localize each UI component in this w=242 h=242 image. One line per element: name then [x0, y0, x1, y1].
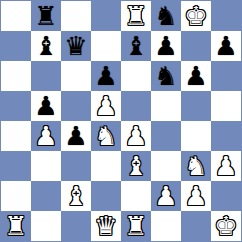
piece-white-pawn[interactable]: ♟ — [94, 91, 117, 121]
piece-white-knight[interactable]: ♞ — [94, 121, 117, 151]
square-b7[interactable]: ♝ — [31, 31, 61, 61]
square-g6[interactable]: ♟ — [181, 61, 211, 91]
square-b8[interactable]: ♜ — [31, 1, 61, 31]
square-c2[interactable]: ♝ — [61, 181, 91, 211]
piece-white-pawn[interactable]: ♟ — [154, 181, 177, 211]
piece-black-bishop[interactable]: ♝ — [34, 31, 57, 61]
square-a2[interactable] — [1, 181, 31, 211]
square-h7[interactable]: ♟ — [211, 31, 241, 61]
square-h8[interactable] — [211, 1, 241, 31]
square-d6[interactable]: ♟ — [91, 61, 121, 91]
piece-white-pawn[interactable]: ♟ — [124, 121, 147, 151]
square-a3[interactable] — [1, 151, 31, 181]
square-g1[interactable] — [181, 211, 211, 241]
square-h4[interactable] — [211, 121, 241, 151]
square-a1[interactable]: ♜ — [1, 211, 31, 241]
square-c4[interactable]: ♟ — [61, 121, 91, 151]
square-g4[interactable] — [181, 121, 211, 151]
square-a7[interactable] — [1, 31, 31, 61]
square-c8[interactable] — [61, 1, 91, 31]
square-b6[interactable] — [31, 61, 61, 91]
piece-white-rook[interactable]: ♜ — [124, 1, 147, 31]
square-b2[interactable] — [31, 181, 61, 211]
piece-black-pawn[interactable]: ♟ — [94, 61, 117, 91]
piece-white-bishop[interactable]: ♝ — [64, 181, 87, 211]
square-e1[interactable]: ♜ — [121, 211, 151, 241]
square-f4[interactable] — [151, 121, 181, 151]
square-a5[interactable] — [1, 91, 31, 121]
square-g8[interactable]: ♚ — [181, 1, 211, 31]
piece-black-knight[interactable]: ♞ — [154, 61, 177, 91]
piece-black-pawn[interactable]: ♟ — [214, 31, 237, 61]
square-d8[interactable] — [91, 1, 121, 31]
piece-white-rook[interactable]: ♜ — [4, 211, 27, 241]
square-f2[interactable]: ♟ — [151, 181, 181, 211]
piece-white-king[interactable]: ♚ — [214, 211, 237, 241]
square-d7[interactable] — [91, 31, 121, 61]
piece-black-bishop[interactable]: ♝ — [124, 31, 147, 61]
piece-black-pawn[interactable]: ♟ — [64, 121, 87, 151]
square-d3[interactable] — [91, 151, 121, 181]
piece-white-pawn[interactable]: ♟ — [34, 121, 57, 151]
square-e7[interactable]: ♝ — [121, 31, 151, 61]
square-d4[interactable]: ♞ — [91, 121, 121, 151]
square-d1[interactable]: ♛ — [91, 211, 121, 241]
square-c7[interactable]: ♛ — [61, 31, 91, 61]
piece-white-rook[interactable]: ♜ — [124, 211, 147, 241]
square-c6[interactable] — [61, 61, 91, 91]
square-b3[interactable] — [31, 151, 61, 181]
piece-white-knight[interactable]: ♞ — [184, 151, 207, 181]
piece-white-pawn[interactable]: ♟ — [184, 181, 207, 211]
square-d5[interactable]: ♟ — [91, 91, 121, 121]
square-h1[interactable]: ♚ — [211, 211, 241, 241]
piece-black-pawn[interactable]: ♟ — [184, 61, 207, 91]
square-c3[interactable] — [61, 151, 91, 181]
square-a8[interactable] — [1, 1, 31, 31]
square-h3[interactable]: ♟ — [211, 151, 241, 181]
square-h6[interactable] — [211, 61, 241, 91]
square-f5[interactable] — [151, 91, 181, 121]
square-f7[interactable]: ♟ — [151, 31, 181, 61]
piece-white-pawn[interactable]: ♟ — [214, 151, 237, 181]
square-f3[interactable] — [151, 151, 181, 181]
piece-white-bishop[interactable]: ♝ — [124, 151, 147, 181]
square-h2[interactable] — [211, 181, 241, 211]
square-a4[interactable] — [1, 121, 31, 151]
square-f1[interactable] — [151, 211, 181, 241]
square-g5[interactable] — [181, 91, 211, 121]
square-e6[interactable] — [121, 61, 151, 91]
square-h5[interactable] — [211, 91, 241, 121]
square-b5[interactable]: ♟ — [31, 91, 61, 121]
square-b1[interactable] — [31, 211, 61, 241]
piece-white-queen[interactable]: ♛ — [94, 211, 117, 241]
square-c5[interactable] — [61, 91, 91, 121]
square-e4[interactable]: ♟ — [121, 121, 151, 151]
square-e2[interactable] — [121, 181, 151, 211]
square-g7[interactable] — [181, 31, 211, 61]
piece-white-king[interactable]: ♚ — [184, 1, 207, 31]
square-f8[interactable]: ♞ — [151, 1, 181, 31]
square-b4[interactable]: ♟ — [31, 121, 61, 151]
square-f6[interactable]: ♞ — [151, 61, 181, 91]
square-e8[interactable]: ♜ — [121, 1, 151, 31]
square-a6[interactable] — [1, 61, 31, 91]
square-e3[interactable]: ♝ — [121, 151, 151, 181]
chess-board: ♜♜♞♚♝♛♝♟♟♟♞♟♟♟♟♟♞♟♝♞♟♝♟♟♜♛♜♚ — [0, 0, 242, 242]
piece-black-knight[interactable]: ♞ — [154, 1, 177, 31]
piece-black-pawn[interactable]: ♟ — [154, 31, 177, 61]
square-c1[interactable] — [61, 211, 91, 241]
square-g2[interactable]: ♟ — [181, 181, 211, 211]
piece-black-pawn[interactable]: ♟ — [34, 91, 57, 121]
piece-black-rook[interactable]: ♜ — [34, 1, 57, 31]
piece-black-queen[interactable]: ♛ — [64, 31, 87, 61]
square-g3[interactable]: ♞ — [181, 151, 211, 181]
square-e5[interactable] — [121, 91, 151, 121]
square-d2[interactable] — [91, 181, 121, 211]
